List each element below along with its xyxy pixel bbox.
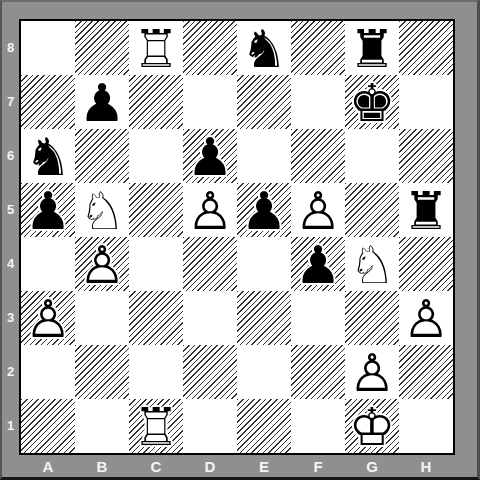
piece-white-pawn[interactable]: ♟♙: [399, 291, 453, 345]
square-c2[interactable]: [129, 345, 183, 399]
square-a4[interactable]: [21, 237, 75, 291]
square-a3[interactable]: ♟♙: [21, 291, 75, 345]
square-g6[interactable]: [345, 129, 399, 183]
square-h5[interactable]: ♜♜: [399, 183, 453, 237]
square-e5[interactable]: ♟♟: [237, 183, 291, 237]
rank-label-3: 3: [2, 291, 19, 345]
piece-black-pawn[interactable]: ♟♟: [21, 183, 75, 237]
rank-label-4: 4: [2, 237, 19, 291]
piece-black-rook[interactable]: ♜♜: [345, 21, 399, 75]
piece-white-pawn[interactable]: ♟♙: [291, 183, 345, 237]
square-c8[interactable]: ♜♖: [129, 21, 183, 75]
piece-outline-layer: ♖: [129, 399, 183, 453]
piece-white-knight[interactable]: ♞♘: [75, 183, 129, 237]
square-f1[interactable]: [291, 399, 345, 453]
piece-outline-layer: ♙: [75, 237, 129, 291]
piece-white-pawn[interactable]: ♟♙: [21, 291, 75, 345]
square-b8[interactable]: [75, 21, 129, 75]
piece-white-king[interactable]: ♚♔: [345, 399, 399, 453]
square-h3[interactable]: ♟♙: [399, 291, 453, 345]
square-e4[interactable]: [237, 237, 291, 291]
file-label-a: A: [21, 455, 75, 479]
square-d2[interactable]: [183, 345, 237, 399]
square-c3[interactable]: [129, 291, 183, 345]
square-b7[interactable]: ♟♟: [75, 75, 129, 129]
square-d6[interactable]: ♟♟: [183, 129, 237, 183]
piece-white-pawn[interactable]: ♟♙: [75, 237, 129, 291]
file-label-b: B: [75, 455, 129, 479]
square-f3[interactable]: [291, 291, 345, 345]
piece-black-king[interactable]: ♚♚: [345, 75, 399, 129]
rank-label-8: 8: [2, 21, 19, 75]
piece-white-pawn[interactable]: ♟♙: [183, 183, 237, 237]
square-b1[interactable]: [75, 399, 129, 453]
square-h8[interactable]: [399, 21, 453, 75]
square-h7[interactable]: [399, 75, 453, 129]
square-h1[interactable]: [399, 399, 453, 453]
piece-outline-layer: ♜: [399, 183, 453, 237]
piece-black-pawn[interactable]: ♟♟: [75, 75, 129, 129]
square-e6[interactable]: [237, 129, 291, 183]
piece-outline-layer: ♟: [21, 183, 75, 237]
piece-outline-layer: ♙: [183, 183, 237, 237]
chess-diagram-window: ♜♖♞♞♜♜♟♟♚♚♞♞♟♟♟♟♞♘♟♙♟♟♟♙♜♜♟♙♟♟♞♘♟♙♟♙♟♙♜♖…: [0, 0, 480, 480]
rank-label-5: 5: [2, 183, 19, 237]
file-label-d: D: [183, 455, 237, 479]
square-a6[interactable]: ♞♞: [21, 129, 75, 183]
piece-outline-layer: ♟: [291, 237, 345, 291]
file-label-h: H: [399, 455, 453, 479]
square-e1[interactable]: [237, 399, 291, 453]
piece-white-rook[interactable]: ♜♖: [129, 21, 183, 75]
piece-black-knight[interactable]: ♞♞: [21, 129, 75, 183]
square-f8[interactable]: [291, 21, 345, 75]
square-c7[interactable]: [129, 75, 183, 129]
file-label-g: G: [345, 455, 399, 479]
square-b4[interactable]: ♟♙: [75, 237, 129, 291]
square-d5[interactable]: ♟♙: [183, 183, 237, 237]
piece-outline-layer: ♖: [129, 21, 183, 75]
piece-black-pawn[interactable]: ♟♟: [237, 183, 291, 237]
piece-outline-layer: ♙: [21, 291, 75, 345]
square-g5[interactable]: [345, 183, 399, 237]
square-c6[interactable]: [129, 129, 183, 183]
square-g4[interactable]: ♞♘: [345, 237, 399, 291]
piece-black-rook[interactable]: ♜♜: [399, 183, 453, 237]
rank-label-6: 6: [2, 129, 19, 183]
square-f4[interactable]: ♟♟: [291, 237, 345, 291]
square-g3[interactable]: [345, 291, 399, 345]
piece-outline-layer: ♟: [75, 75, 129, 129]
square-c4[interactable]: [129, 237, 183, 291]
square-e2[interactable]: [237, 345, 291, 399]
piece-outline-layer: ♟: [183, 129, 237, 183]
square-a8[interactable]: [21, 21, 75, 75]
piece-outline-layer: ♞: [237, 21, 291, 75]
square-d8[interactable]: [183, 21, 237, 75]
square-f5[interactable]: ♟♙: [291, 183, 345, 237]
square-g8[interactable]: ♜♜: [345, 21, 399, 75]
file-label-c: C: [129, 455, 183, 479]
square-a1[interactable]: [21, 399, 75, 453]
piece-outline-layer: ♜: [345, 21, 399, 75]
square-g2[interactable]: ♟♙: [345, 345, 399, 399]
square-b6[interactable]: [75, 129, 129, 183]
square-d3[interactable]: [183, 291, 237, 345]
square-g7[interactable]: ♚♚: [345, 75, 399, 129]
square-f6[interactable]: [291, 129, 345, 183]
square-d1[interactable]: [183, 399, 237, 453]
piece-black-pawn[interactable]: ♟♟: [291, 237, 345, 291]
rank-label-7: 7: [2, 75, 19, 129]
square-h4[interactable]: [399, 237, 453, 291]
piece-outline-layer: ♟: [237, 183, 291, 237]
chess-board: ♜♖♞♞♜♜♟♟♚♚♞♞♟♟♟♟♞♘♟♙♟♟♟♙♜♜♟♙♟♟♞♘♟♙♟♙♟♙♜♖…: [19, 19, 455, 455]
piece-white-knight[interactable]: ♞♘: [345, 237, 399, 291]
square-e3[interactable]: [237, 291, 291, 345]
piece-white-pawn[interactable]: ♟♙: [345, 345, 399, 399]
piece-outline-layer: ♙: [291, 183, 345, 237]
square-b3[interactable]: [75, 291, 129, 345]
square-h6[interactable]: [399, 129, 453, 183]
piece-outline-layer: ♙: [399, 291, 453, 345]
square-a7[interactable]: [21, 75, 75, 129]
piece-black-pawn[interactable]: ♟♟: [183, 129, 237, 183]
square-e7[interactable]: [237, 75, 291, 129]
square-a5[interactable]: ♟♟: [21, 183, 75, 237]
square-f7[interactable]: [291, 75, 345, 129]
piece-outline-layer: ♔: [345, 399, 399, 453]
piece-outline-layer: ♘: [345, 237, 399, 291]
file-label-f: F: [291, 455, 345, 479]
piece-outline-layer: ♙: [345, 345, 399, 399]
square-h2[interactable]: [399, 345, 453, 399]
rank-label-2: 2: [2, 345, 19, 399]
piece-outline-layer: ♞: [21, 129, 75, 183]
square-g1[interactable]: ♚♔: [345, 399, 399, 453]
piece-white-rook[interactable]: ♜♖: [129, 399, 183, 453]
file-label-e: E: [237, 455, 291, 479]
piece-black-knight[interactable]: ♞♞: [237, 21, 291, 75]
square-c1[interactable]: ♜♖: [129, 399, 183, 453]
square-d7[interactable]: [183, 75, 237, 129]
square-b5[interactable]: ♞♘: [75, 183, 129, 237]
square-e8[interactable]: ♞♞: [237, 21, 291, 75]
square-b2[interactable]: [75, 345, 129, 399]
piece-outline-layer: ♚: [345, 75, 399, 129]
square-c5[interactable]: [129, 183, 183, 237]
square-f2[interactable]: [291, 345, 345, 399]
square-d4[interactable]: [183, 237, 237, 291]
square-a2[interactable]: [21, 345, 75, 399]
piece-outline-layer: ♘: [75, 183, 129, 237]
rank-label-1: 1: [2, 399, 19, 453]
